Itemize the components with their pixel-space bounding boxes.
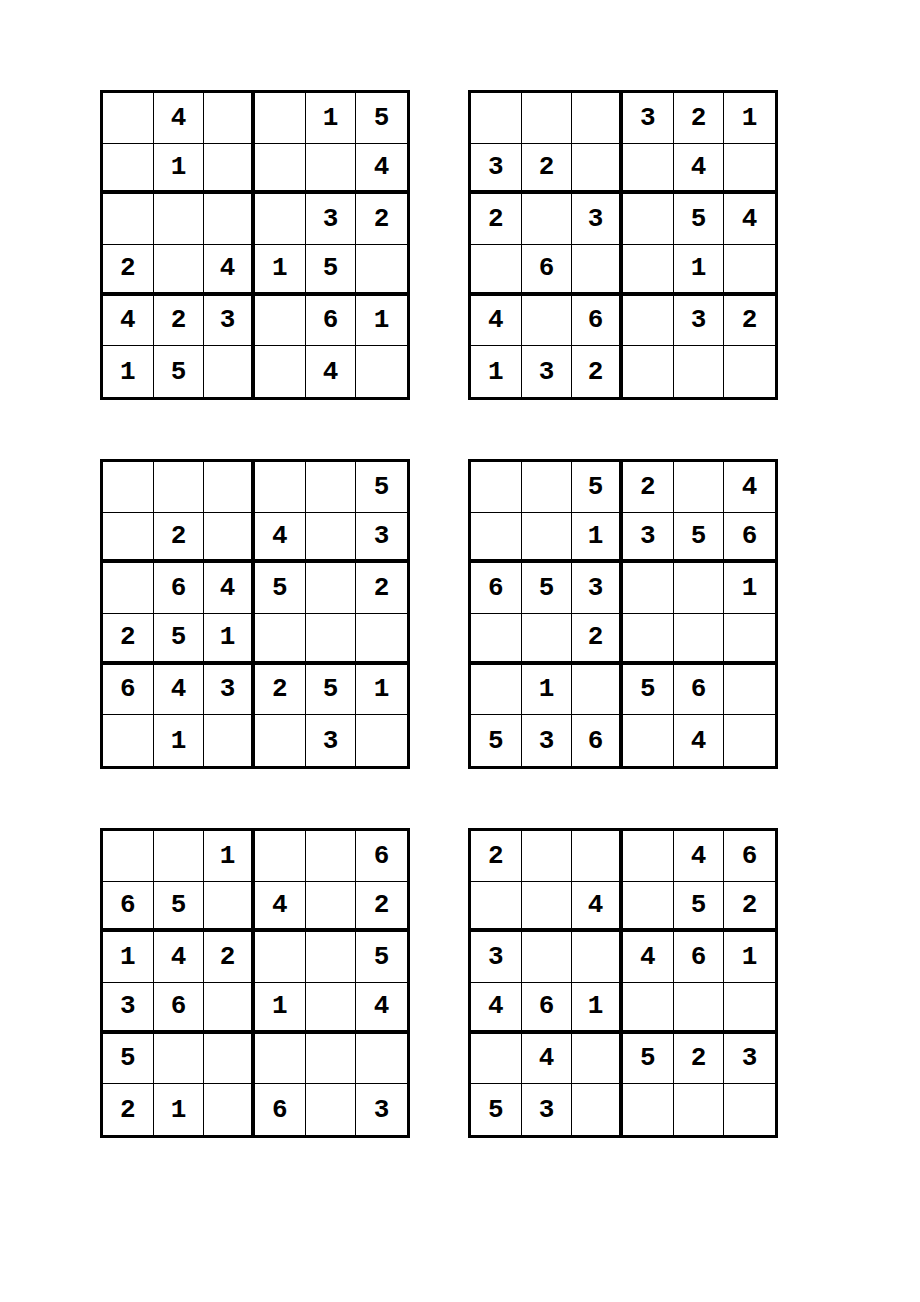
cell-r5c5: 5	[306, 665, 357, 716]
cell-r2c2: 1	[154, 144, 205, 195]
cell-r5c5: 6	[306, 296, 357, 347]
cell-r4c4: 1	[255, 983, 306, 1034]
cell-r5c2: 1	[522, 665, 573, 716]
cell-r1c4	[255, 93, 306, 144]
cell-r1c2: 4	[154, 93, 205, 144]
cell-r5c6: 3	[724, 1034, 775, 1085]
cell-r3c6: 1	[724, 563, 775, 614]
sudoku-board-1: 4151432241542361154	[100, 90, 410, 400]
cell-r5c6: 2	[724, 296, 775, 347]
cell-r6c1	[103, 715, 154, 766]
cell-r1c6: 5	[356, 93, 407, 144]
cell-r2c3: 1	[572, 513, 623, 564]
cell-r5c1	[471, 1034, 522, 1085]
cell-r4c1: 3	[103, 983, 154, 1034]
cell-r2c6	[724, 144, 775, 195]
cell-r1c5	[306, 462, 357, 513]
cell-r4c4	[255, 614, 306, 665]
cell-r6c1: 1	[103, 346, 154, 397]
cell-r2c1	[103, 513, 154, 564]
cell-r4c4: 1	[255, 245, 306, 296]
cell-r1c1	[103, 831, 154, 882]
cell-r4c6	[724, 245, 775, 296]
cell-r4c5	[674, 983, 725, 1034]
cell-r2c6: 2	[724, 882, 775, 933]
cell-r5c2	[154, 1034, 205, 1085]
cell-r4c6	[724, 614, 775, 665]
cell-r2c3: 4	[572, 882, 623, 933]
cell-r4c4	[623, 983, 674, 1034]
cell-r4c5	[674, 614, 725, 665]
cell-r2c4	[623, 144, 674, 195]
cell-r4c3	[572, 245, 623, 296]
cell-r5c6	[356, 1034, 407, 1085]
cell-r6c6	[356, 715, 407, 766]
cell-r3c4	[623, 563, 674, 614]
cell-r3c4: 5	[255, 563, 306, 614]
cell-r5c3: 6	[572, 296, 623, 347]
cell-r6c1: 5	[471, 715, 522, 766]
cell-r2c5: 5	[674, 882, 725, 933]
cell-r2c1	[471, 513, 522, 564]
cell-r1c3: 5	[572, 462, 623, 513]
cell-r3c1: 1	[103, 932, 154, 983]
cell-r5c4	[623, 296, 674, 347]
cell-r1c2	[154, 462, 205, 513]
cell-r3c6: 4	[724, 194, 775, 245]
cell-r4c2	[522, 614, 573, 665]
cell-r6c2: 1	[154, 715, 205, 766]
cell-r6c4	[623, 346, 674, 397]
cell-r3c1: 2	[471, 194, 522, 245]
cell-r6c6: 3	[356, 1084, 407, 1135]
cell-r4c1	[471, 245, 522, 296]
cell-r6c1: 2	[103, 1084, 154, 1135]
cell-r6c5: 4	[674, 715, 725, 766]
cell-r2c4: 4	[255, 882, 306, 933]
cell-r1c4	[255, 462, 306, 513]
cell-r4c4	[623, 245, 674, 296]
cell-r6c2: 3	[522, 1084, 573, 1135]
cell-r6c5: 4	[306, 346, 357, 397]
cell-r3c4: 4	[623, 932, 674, 983]
cell-r6c5	[674, 346, 725, 397]
cell-r5c2: 4	[154, 665, 205, 716]
cell-r3c3	[204, 194, 255, 245]
cell-r6c2: 3	[522, 346, 573, 397]
cell-r3c4	[255, 932, 306, 983]
cell-r6c3	[572, 1084, 623, 1135]
cell-r5c5: 6	[674, 665, 725, 716]
cell-r6c5	[306, 1084, 357, 1135]
cell-r5c1: 4	[471, 296, 522, 347]
cell-r4c5	[306, 614, 357, 665]
cell-r1c1	[103, 462, 154, 513]
cell-r2c1: 3	[471, 144, 522, 195]
cell-r5c3: 3	[204, 665, 255, 716]
cell-r6c3: 6	[572, 715, 623, 766]
cell-r3c1: 6	[471, 563, 522, 614]
cell-r3c2	[522, 932, 573, 983]
cell-r3c5: 5	[674, 194, 725, 245]
cell-r4c3: 2	[572, 614, 623, 665]
cell-r6c1: 5	[471, 1084, 522, 1135]
cell-r1c3	[204, 462, 255, 513]
cell-r2c4	[255, 144, 306, 195]
cell-r4c6	[724, 983, 775, 1034]
cell-r3c5	[306, 563, 357, 614]
cell-r2c2	[522, 513, 573, 564]
cell-r1c3	[572, 93, 623, 144]
cell-r2c1	[103, 144, 154, 195]
cell-r6c6	[724, 1084, 775, 1135]
cell-r5c1: 4	[103, 296, 154, 347]
cell-r2c5	[306, 144, 357, 195]
cell-r4c5	[306, 983, 357, 1034]
cell-r2c3	[572, 144, 623, 195]
cell-r4c5: 5	[306, 245, 357, 296]
cell-r6c3	[204, 346, 255, 397]
cell-r2c5	[306, 882, 357, 933]
cell-r5c5: 2	[674, 1034, 725, 1085]
cell-r5c6: 1	[356, 665, 407, 716]
puzzle-grid-layout: 4151432241542361154321324235461463213252…	[100, 90, 778, 1138]
cell-r3c2	[154, 194, 205, 245]
cell-r2c4	[623, 882, 674, 933]
cell-r3c6: 1	[724, 932, 775, 983]
cell-r6c2: 3	[522, 715, 573, 766]
cell-r2c2	[522, 882, 573, 933]
cell-r5c2: 4	[522, 1034, 573, 1085]
cell-r3c3: 3	[572, 563, 623, 614]
cell-r1c6: 5	[356, 462, 407, 513]
cell-r5c4: 5	[623, 665, 674, 716]
cell-r1c4	[255, 831, 306, 882]
cell-r3c6: 2	[356, 194, 407, 245]
cell-r6c4	[623, 715, 674, 766]
sudoku-board-3: 5243645225164325113	[100, 459, 410, 769]
cell-r5c4	[255, 1034, 306, 1085]
cell-r6c2: 5	[154, 346, 205, 397]
cell-r6c5	[674, 1084, 725, 1135]
cell-r3c3	[572, 932, 623, 983]
cell-r4c3: 1	[204, 614, 255, 665]
cell-r6c4: 6	[255, 1084, 306, 1135]
cell-r2c5: 4	[674, 144, 725, 195]
cell-r3c4	[623, 194, 674, 245]
cell-r5c4: 2	[255, 665, 306, 716]
cell-r4c2: 6	[154, 983, 205, 1034]
cell-r6c5: 3	[306, 715, 357, 766]
cell-r5c1	[471, 665, 522, 716]
cell-r3c1: 3	[471, 932, 522, 983]
cell-r1c2	[522, 462, 573, 513]
cell-r5c2: 2	[154, 296, 205, 347]
cell-r5c5	[306, 1034, 357, 1085]
cell-r5c6: 1	[356, 296, 407, 347]
cell-r2c6: 6	[724, 513, 775, 564]
cell-r4c1	[471, 614, 522, 665]
cell-r3c5	[306, 932, 357, 983]
cell-r5c1: 6	[103, 665, 154, 716]
cell-r3c5	[674, 563, 725, 614]
cell-r2c4: 4	[255, 513, 306, 564]
cell-r1c2	[522, 93, 573, 144]
cell-r5c2	[522, 296, 573, 347]
cell-r6c6	[724, 346, 775, 397]
cell-r4c2	[154, 245, 205, 296]
cell-r1c3	[572, 831, 623, 882]
cell-r4c1: 4	[471, 983, 522, 1034]
cell-r2c6: 3	[356, 513, 407, 564]
cell-r6c3	[204, 715, 255, 766]
cell-r5c3	[204, 1034, 255, 1085]
cell-r3c5: 6	[674, 932, 725, 983]
cell-r6c1: 1	[471, 346, 522, 397]
cell-r5c5: 3	[674, 296, 725, 347]
cell-r1c3	[204, 93, 255, 144]
cell-r2c3	[204, 144, 255, 195]
cell-r1c3: 1	[204, 831, 255, 882]
cell-r3c1	[103, 563, 154, 614]
cell-r1c2	[522, 831, 573, 882]
cell-r1c4	[623, 831, 674, 882]
cell-r4c3	[204, 983, 255, 1034]
cell-r6c4	[255, 715, 306, 766]
cell-r3c2	[522, 194, 573, 245]
cell-r5c3: 3	[204, 296, 255, 347]
cell-r5c3	[572, 1034, 623, 1085]
cell-r2c6: 2	[356, 882, 407, 933]
cell-r1c6: 6	[356, 831, 407, 882]
cell-r1c4: 2	[623, 462, 674, 513]
cell-r6c6	[724, 715, 775, 766]
cell-r5c3	[572, 665, 623, 716]
cell-r6c4	[255, 346, 306, 397]
cell-r4c3: 4	[204, 245, 255, 296]
cell-r4c6	[356, 614, 407, 665]
cell-r2c3	[204, 513, 255, 564]
cell-r4c4	[623, 614, 674, 665]
cell-r4c5: 1	[674, 245, 725, 296]
cell-r4c2: 6	[522, 983, 573, 1034]
cell-r1c5	[674, 462, 725, 513]
sudoku-board-6: 2464523461461452353	[468, 828, 778, 1138]
cell-r3c2: 5	[522, 563, 573, 614]
cell-r5c1: 5	[103, 1034, 154, 1085]
cell-r2c5: 5	[674, 513, 725, 564]
cell-r3c3: 2	[204, 932, 255, 983]
cell-r2c2: 2	[522, 144, 573, 195]
cell-r5c4: 5	[623, 1034, 674, 1085]
cell-r3c1	[103, 194, 154, 245]
cell-r1c5	[306, 831, 357, 882]
cell-r1c6: 1	[724, 93, 775, 144]
cell-r2c2: 2	[154, 513, 205, 564]
cell-r4c6: 4	[356, 983, 407, 1034]
cell-r2c5	[306, 513, 357, 564]
cell-r2c2: 5	[154, 882, 205, 933]
cell-r3c5: 3	[306, 194, 357, 245]
cell-r6c6	[356, 346, 407, 397]
cell-r6c3	[204, 1084, 255, 1135]
cell-r3c2: 4	[154, 932, 205, 983]
cell-r5c6	[724, 665, 775, 716]
cell-r1c2	[154, 831, 205, 882]
cell-r3c3: 3	[572, 194, 623, 245]
cell-r6c2: 1	[154, 1084, 205, 1135]
cell-r3c4	[255, 194, 306, 245]
cell-r1c5: 1	[306, 93, 357, 144]
cell-r6c3: 2	[572, 346, 623, 397]
cell-r4c1: 2	[103, 245, 154, 296]
cell-r1c1	[471, 93, 522, 144]
cell-r3c6: 2	[356, 563, 407, 614]
cell-r2c1	[471, 882, 522, 933]
cell-r4c6	[356, 245, 407, 296]
cell-r3c6: 5	[356, 932, 407, 983]
cell-r4c3: 1	[572, 983, 623, 1034]
sudoku-board-4: 5241356653121565364	[468, 459, 778, 769]
cell-r1c1	[471, 462, 522, 513]
sudoku-board-2: 3213242354614632132	[468, 90, 778, 400]
cell-r2c6: 4	[356, 144, 407, 195]
cell-r1c6: 4	[724, 462, 775, 513]
cell-r4c1: 2	[103, 614, 154, 665]
cell-r3c2: 6	[154, 563, 205, 614]
cell-r1c5: 2	[674, 93, 725, 144]
cell-r1c1: 2	[471, 831, 522, 882]
cell-r1c4: 3	[623, 93, 674, 144]
cell-r4c2: 5	[154, 614, 205, 665]
sudoku-board-5: 1665421425361452163	[100, 828, 410, 1138]
cell-r4c2: 6	[522, 245, 573, 296]
cell-r5c4	[255, 296, 306, 347]
cell-r1c5: 4	[674, 831, 725, 882]
cell-r1c1	[103, 93, 154, 144]
cell-r2c3	[204, 882, 255, 933]
cell-r2c1: 6	[103, 882, 154, 933]
cell-r2c4: 3	[623, 513, 674, 564]
cell-r6c4	[623, 1084, 674, 1135]
cell-r1c6: 6	[724, 831, 775, 882]
cell-r3c3: 4	[204, 563, 255, 614]
sudoku-worksheet-page: 4151432241542361154321324235461463213252…	[0, 0, 920, 1302]
